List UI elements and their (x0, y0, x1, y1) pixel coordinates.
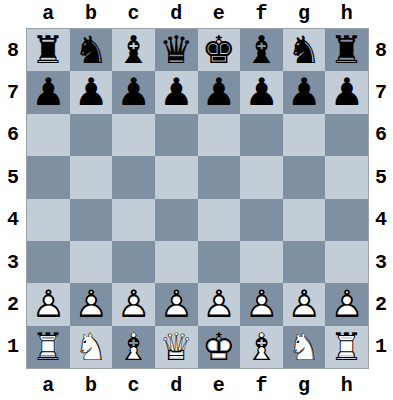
piece-black-pawn[interactable]: ♟ (240, 71, 283, 113)
square-e6[interactable] (198, 114, 241, 156)
square-d6[interactable] (155, 114, 198, 156)
piece-black-bishop[interactable]: ♝ (240, 29, 283, 71)
piece-black-rook[interactable]: ♜ (27, 29, 70, 71)
file-labels-bottom-label: e (198, 369, 241, 399)
file-labels-bottom: abcdefgh (27, 369, 368, 399)
white-pawn-outline-glyph: ♙ (112, 283, 155, 325)
piece-white-pawn[interactable]: ♟♙ (240, 283, 283, 325)
square-g2[interactable]: ♟♙ (283, 283, 326, 325)
square-f2[interactable]: ♟♙ (240, 283, 283, 325)
file-labels-bottom-label: f (240, 369, 283, 399)
file-labels-top-label: b (70, 0, 113, 26)
piece-white-king[interactable]: ♚♔ (198, 326, 241, 368)
piece-black-pawn[interactable]: ♟ (283, 71, 326, 113)
square-d1[interactable]: ♛♕ (155, 326, 198, 368)
rank-labels-right-label: 7 (369, 71, 393, 113)
square-f6[interactable] (240, 114, 283, 156)
rank-labels-right-label: 2 (369, 283, 393, 325)
square-a8[interactable]: ♜ (27, 29, 70, 71)
piece-black-knight[interactable]: ♞ (283, 29, 326, 71)
white-queen-outline-glyph: ♕ (155, 326, 198, 368)
white-pawn-outline-glyph: ♙ (27, 283, 70, 325)
piece-white-pawn[interactable]: ♟♙ (198, 283, 241, 325)
square-c8[interactable]: ♝ (112, 29, 155, 71)
file-labels-top-label: a (27, 0, 70, 26)
rank-labels-left-label: 4 (0, 199, 26, 241)
rank-labels-left-label: 3 (0, 241, 26, 283)
square-h5[interactable] (325, 156, 368, 198)
square-d7[interactable]: ♟ (155, 71, 198, 113)
file-labels-top-label: f (240, 0, 283, 26)
square-h2[interactable]: ♟♙ (325, 283, 368, 325)
file-labels-bottom-label: g (283, 369, 326, 399)
square-a7[interactable]: ♟ (27, 71, 70, 113)
piece-black-pawn[interactable]: ♟ (70, 71, 113, 113)
square-a6[interactable] (27, 114, 70, 156)
square-b8[interactable]: ♞ (70, 29, 113, 71)
rank-labels-left: 87654321 (0, 29, 26, 368)
piece-white-pawn[interactable]: ♟♙ (155, 283, 198, 325)
piece-black-queen[interactable]: ♛ (155, 29, 198, 71)
chess-board: ♜♞♝♛♚♝♞♜♟♟♟♟♟♟♟♟♟♙♟♙♟♙♟♙♟♙♟♙♟♙♟♙♜♖♞♘♝♗♛♕… (26, 28, 369, 369)
rank-labels-right-label: 3 (369, 241, 393, 283)
file-labels-bottom-label: c (112, 369, 155, 399)
square-c7[interactable]: ♟ (112, 71, 155, 113)
white-bishop-outline-glyph: ♗ (112, 326, 155, 368)
piece-white-knight[interactable]: ♞♘ (283, 326, 326, 368)
rank-labels-right: 87654321 (369, 29, 393, 368)
square-g5[interactable] (283, 156, 326, 198)
piece-black-king[interactable]: ♚ (198, 29, 241, 71)
square-a1[interactable]: ♜♖ (27, 326, 70, 368)
square-h3[interactable] (325, 241, 368, 283)
square-g7[interactable]: ♟ (283, 71, 326, 113)
square-e4[interactable] (198, 199, 241, 241)
white-knight-outline-glyph: ♘ (70, 326, 113, 368)
white-pawn-outline-glyph: ♙ (70, 283, 113, 325)
piece-black-rook[interactable]: ♜ (325, 29, 368, 71)
square-d2[interactable]: ♟♙ (155, 283, 198, 325)
white-pawn-outline-glyph: ♙ (198, 283, 241, 325)
rank-labels-right-label: 6 (369, 114, 393, 156)
file-labels-bottom-label: d (155, 369, 198, 399)
chessboard-page: abcdefgh 87654321 ♜♞♝♛♚♝♞♜♟♟♟♟♟♟♟♟♟♙♟♙♟♙… (0, 0, 393, 400)
piece-white-bishop[interactable]: ♝♗ (112, 326, 155, 368)
rank-labels-right-label: 5 (369, 156, 393, 198)
piece-white-rook[interactable]: ♜♖ (27, 326, 70, 368)
square-g6[interactable] (283, 114, 326, 156)
file-labels-top-label: d (155, 0, 198, 26)
piece-white-pawn[interactable]: ♟♙ (283, 283, 326, 325)
piece-white-queen[interactable]: ♛♕ (155, 326, 198, 368)
white-pawn-outline-glyph: ♙ (325, 283, 368, 325)
rank-labels-left-label: 8 (0, 29, 26, 71)
square-a2[interactable]: ♟♙ (27, 283, 70, 325)
white-rook-outline-glyph: ♖ (27, 326, 70, 368)
white-knight-outline-glyph: ♘ (283, 326, 326, 368)
square-b7[interactable]: ♟ (70, 71, 113, 113)
square-h7[interactable]: ♟ (325, 71, 368, 113)
square-b6[interactable] (70, 114, 113, 156)
file-labels-top-label: c (112, 0, 155, 26)
square-f8[interactable]: ♝ (240, 29, 283, 71)
square-b1[interactable]: ♞♘ (70, 326, 113, 368)
square-f7[interactable]: ♟ (240, 71, 283, 113)
square-d8[interactable]: ♛ (155, 29, 198, 71)
rank-labels-right-label: 1 (369, 326, 393, 368)
white-king-outline-glyph: ♔ (198, 326, 241, 368)
square-c5[interactable] (112, 156, 155, 198)
piece-black-pawn[interactable]: ♟ (112, 71, 155, 113)
piece-black-pawn[interactable]: ♟ (325, 71, 368, 113)
square-a5[interactable] (27, 156, 70, 198)
square-a3[interactable] (27, 241, 70, 283)
square-g4[interactable] (283, 199, 326, 241)
piece-black-knight[interactable]: ♞ (70, 29, 113, 71)
rank-labels-right-label: 8 (369, 29, 393, 71)
rank-labels-left-label: 7 (0, 71, 26, 113)
square-g3[interactable] (283, 241, 326, 283)
piece-white-pawn[interactable]: ♟♙ (112, 283, 155, 325)
square-b5[interactable] (70, 156, 113, 198)
rank-labels-right-label: 4 (369, 199, 393, 241)
square-e7[interactable]: ♟ (198, 71, 241, 113)
square-d3[interactable] (155, 241, 198, 283)
square-c1[interactable]: ♝♗ (112, 326, 155, 368)
rank-labels-left-label: 5 (0, 156, 26, 198)
white-bishop-outline-glyph: ♗ (240, 326, 283, 368)
square-d5[interactable] (155, 156, 198, 198)
piece-black-pawn[interactable]: ♟ (155, 71, 198, 113)
square-h4[interactable] (325, 199, 368, 241)
white-pawn-outline-glyph: ♙ (240, 283, 283, 325)
piece-white-knight[interactable]: ♞♘ (70, 326, 113, 368)
square-f3[interactable] (240, 241, 283, 283)
square-c6[interactable] (112, 114, 155, 156)
piece-white-pawn[interactable]: ♟♙ (70, 283, 113, 325)
square-a4[interactable] (27, 199, 70, 241)
rank-labels-left-label: 1 (0, 326, 26, 368)
piece-white-rook[interactable]: ♜♖ (325, 326, 368, 368)
square-e8[interactable]: ♚ (198, 29, 241, 71)
rank-labels-left-label: 2 (0, 283, 26, 325)
square-e2[interactable]: ♟♙ (198, 283, 241, 325)
square-f1[interactable]: ♝♗ (240, 326, 283, 368)
square-h1[interactable]: ♜♖ (325, 326, 368, 368)
file-labels-top-label: h (325, 0, 368, 26)
white-pawn-outline-glyph: ♙ (155, 283, 198, 325)
piece-black-bishop[interactable]: ♝ (112, 29, 155, 71)
square-b3[interactable] (70, 241, 113, 283)
square-e1[interactable]: ♚♔ (198, 326, 241, 368)
square-e5[interactable] (198, 156, 241, 198)
square-d4[interactable] (155, 199, 198, 241)
white-pawn-outline-glyph: ♙ (283, 283, 326, 325)
square-c4[interactable] (112, 199, 155, 241)
piece-white-bishop[interactable]: ♝♗ (240, 326, 283, 368)
square-c3[interactable] (112, 241, 155, 283)
file-labels-bottom-label: h (325, 369, 368, 399)
piece-black-pawn[interactable]: ♟ (27, 71, 70, 113)
file-labels-top: abcdefgh (27, 0, 368, 26)
piece-white-pawn[interactable]: ♟♙ (27, 283, 70, 325)
square-b4[interactable] (70, 199, 113, 241)
square-b2[interactable]: ♟♙ (70, 283, 113, 325)
file-labels-bottom-label: a (27, 369, 70, 399)
white-rook-outline-glyph: ♖ (325, 326, 368, 368)
piece-black-pawn[interactable]: ♟ (198, 71, 241, 113)
file-labels-top-label: e (198, 0, 241, 26)
rank-labels-left-label: 6 (0, 114, 26, 156)
square-f4[interactable] (240, 199, 283, 241)
square-h8[interactable]: ♜ (325, 29, 368, 71)
square-g1[interactable]: ♞♘ (283, 326, 326, 368)
square-g8[interactable]: ♞ (283, 29, 326, 71)
square-e3[interactable] (198, 241, 241, 283)
file-labels-top-label: g (283, 0, 326, 26)
piece-white-pawn[interactable]: ♟♙ (325, 283, 368, 325)
square-c2[interactable]: ♟♙ (112, 283, 155, 325)
file-labels-bottom-label: b (70, 369, 113, 399)
square-f5[interactable] (240, 156, 283, 198)
square-h6[interactable] (325, 114, 368, 156)
